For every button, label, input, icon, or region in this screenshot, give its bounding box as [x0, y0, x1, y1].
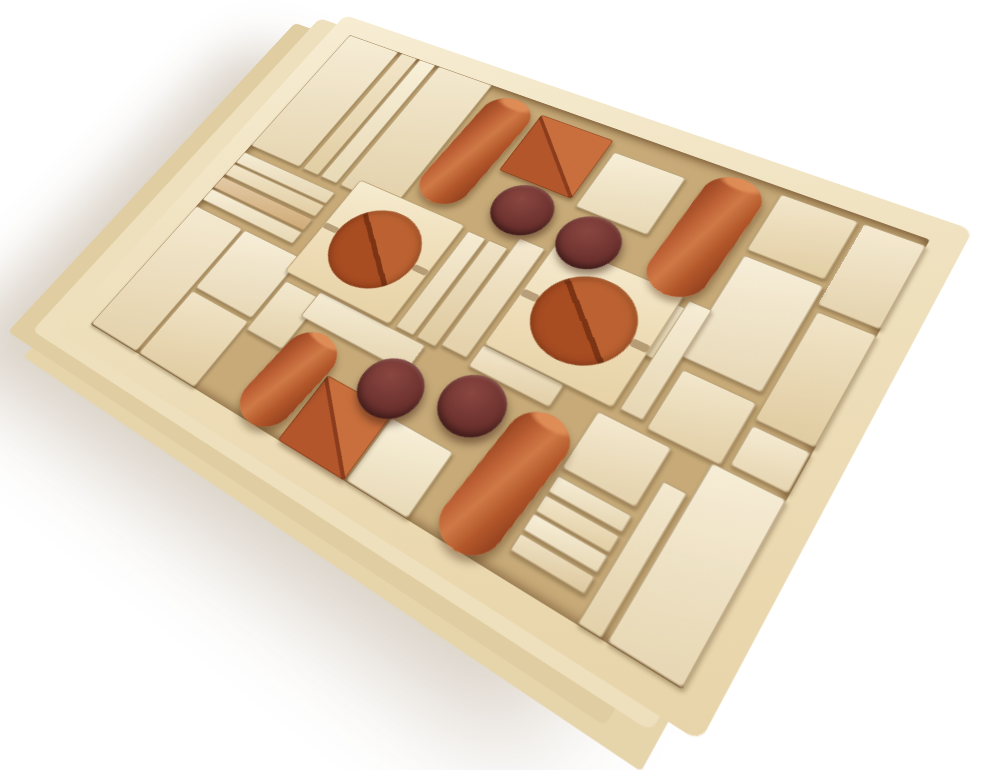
block-half-discs-orange	[309, 198, 440, 303]
product-photo-wooden-blocks	[0, 0, 990, 770]
arch-seam	[629, 339, 651, 354]
arch-seam	[411, 264, 429, 276]
block-half-discs-orange	[510, 262, 657, 384]
wooden-tray	[57, 15, 973, 742]
tray-interior	[90, 35, 929, 690]
arch-seam	[520, 289, 540, 302]
